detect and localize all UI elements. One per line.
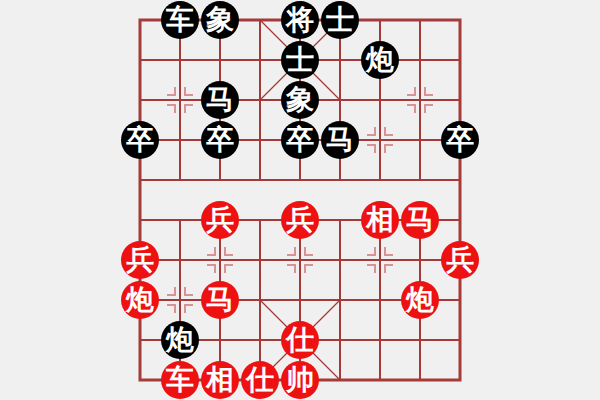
piece-black-elephant[interactable]: 象 <box>201 1 239 39</box>
piece-black-horse[interactable]: 马 <box>321 121 359 159</box>
xiangqi-app-canvas: 车象将士士炮马象卒卒卒马卒炮兵兵相马兵兵炮马炮仕车相仕帅 <box>0 0 600 400</box>
piece-red-soldier[interactable]: 兵 <box>201 201 239 239</box>
piece-black-soldier[interactable]: 卒 <box>281 121 319 159</box>
piece-black-elephant[interactable]: 象 <box>281 81 319 119</box>
piece-black-horse[interactable]: 马 <box>201 81 239 119</box>
piece-red-horse[interactable]: 马 <box>401 201 439 239</box>
piece-red-chariot[interactable]: 车 <box>161 361 199 399</box>
piece-red-soldier[interactable]: 兵 <box>121 241 159 279</box>
piece-black-general[interactable]: 将 <box>281 1 319 39</box>
piece-red-cannon[interactable]: 炮 <box>121 281 159 319</box>
piece-red-advisor[interactable]: 仕 <box>281 321 319 359</box>
xiangqi-board-grid: 车象将士士炮马象卒卒卒马卒炮兵兵相马兵兵炮马炮仕车相仕帅 <box>120 0 480 400</box>
piece-black-cannon[interactable]: 炮 <box>161 321 199 359</box>
piece-black-soldier[interactable]: 卒 <box>121 121 159 159</box>
piece-black-advisor[interactable]: 士 <box>281 41 319 79</box>
piece-black-soldier[interactable]: 卒 <box>201 121 239 159</box>
piece-red-cannon[interactable]: 炮 <box>401 281 439 319</box>
piece-black-chariot[interactable]: 车 <box>161 1 199 39</box>
piece-red-advisor[interactable]: 仕 <box>241 361 279 399</box>
piece-red-horse[interactable]: 马 <box>201 281 239 319</box>
piece-black-advisor[interactable]: 士 <box>321 1 359 39</box>
piece-black-cannon[interactable]: 炮 <box>361 41 399 79</box>
piece-red-elephant[interactable]: 相 <box>361 201 399 239</box>
piece-red-soldier[interactable]: 兵 <box>441 241 479 279</box>
piece-red-elephant[interactable]: 相 <box>201 361 239 399</box>
piece-black-soldier[interactable]: 卒 <box>441 121 479 159</box>
piece-red-general[interactable]: 帅 <box>281 361 319 399</box>
piece-red-soldier[interactable]: 兵 <box>281 201 319 239</box>
